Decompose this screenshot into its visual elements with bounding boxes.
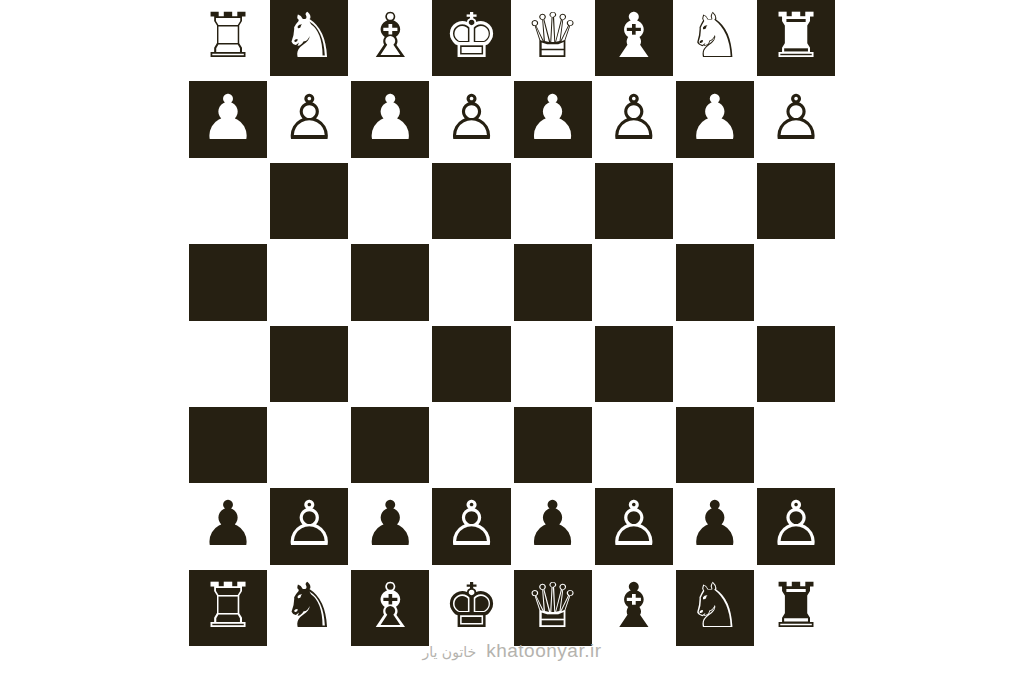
square-g2: ♟ [676,488,754,564]
square-d4 [432,326,510,402]
square-f3 [595,407,673,483]
square-h7: ♙ [757,81,835,157]
square-b5 [270,244,348,320]
square-b8: ♞ [270,0,348,76]
square-c8: ♗ [351,0,429,76]
square-g3 [676,407,754,483]
square-a7: ♟ [189,81,267,157]
square-a5 [189,244,267,320]
square-e3 [514,407,592,483]
square-d6 [432,163,510,239]
square-f2: ♙ [595,488,673,564]
piece-black-rook: ♜ [768,575,824,637]
piece-black-pawn: ♟ [200,493,256,555]
square-h2: ♙ [757,488,835,564]
piece-white-pawn: ♟ [687,87,743,149]
piece-white-pawn: ♙ [606,87,662,149]
square-g6 [676,163,754,239]
watermark-persian-text: خاتون یار [423,644,477,660]
square-g4 [676,326,754,402]
square-h8: ♜ [757,0,835,76]
square-f4 [595,326,673,402]
piece-white-pawn: ♙ [444,87,500,149]
square-h1: ♜ [757,570,835,646]
piece-black-knight: ♘ [687,575,743,637]
piece-white-pawn: ♙ [768,87,824,149]
square-g5 [676,244,754,320]
square-d7: ♙ [432,81,510,157]
square-f5 [595,244,673,320]
square-c5 [351,244,429,320]
piece-white-queen: ♕ [525,5,581,67]
watermark-caption: خاتون یارkhatoonyar.ir [189,640,835,662]
square-d2: ♙ [432,488,510,564]
piece-black-rook: ♖ [200,575,256,637]
square-b6 [270,163,348,239]
square-c4 [351,326,429,402]
square-c6 [351,163,429,239]
piece-white-bishop: ♗ [363,5,419,67]
piece-black-pawn: ♟ [363,493,419,555]
piece-black-bishop: ♗ [363,575,419,637]
piece-black-knight: ♞ [281,575,337,637]
piece-white-knight: ♘ [687,5,743,67]
square-h3 [757,407,835,483]
chess-board: ♖♞♗♚♕♝♘♜♟♙♟♙♟♙♟♙♟♙♟♙♟♙♟♙♖♞♗♚♕♝♘♜ [189,0,835,646]
piece-black-pawn: ♟ [525,493,581,555]
square-a4 [189,326,267,402]
piece-white-bishop: ♝ [606,5,662,67]
square-f1: ♝ [595,570,673,646]
square-d1: ♚ [432,570,510,646]
piece-white-pawn: ♟ [363,87,419,149]
square-d8: ♚ [432,0,510,76]
square-e1: ♕ [514,570,592,646]
square-g1: ♘ [676,570,754,646]
piece-white-pawn: ♟ [200,87,256,149]
piece-white-rook: ♖ [200,5,256,67]
piece-black-king: ♚ [444,575,500,637]
piece-white-rook: ♜ [768,5,824,67]
square-e2: ♟ [514,488,592,564]
square-e5 [514,244,592,320]
piece-white-pawn: ♙ [281,87,337,149]
watermark-site-url: khatoonyar.ir [486,640,601,661]
square-f7: ♙ [595,81,673,157]
square-c7: ♟ [351,81,429,157]
piece-black-pawn: ♙ [606,493,662,555]
piece-white-pawn: ♟ [525,87,581,149]
piece-black-pawn: ♙ [281,493,337,555]
square-a1: ♖ [189,570,267,646]
square-d5 [432,244,510,320]
square-b7: ♙ [270,81,348,157]
square-h6 [757,163,835,239]
square-f8: ♝ [595,0,673,76]
square-a3 [189,407,267,483]
square-a6 [189,163,267,239]
square-b3 [270,407,348,483]
piece-black-bishop: ♝ [606,575,662,637]
square-e7: ♟ [514,81,592,157]
square-g8: ♘ [676,0,754,76]
piece-black-queen: ♕ [525,575,581,637]
square-c1: ♗ [351,570,429,646]
square-c3 [351,407,429,483]
square-b4 [270,326,348,402]
square-e4 [514,326,592,402]
square-e8: ♕ [514,0,592,76]
piece-white-king: ♚ [444,5,500,67]
square-h4 [757,326,835,402]
square-b1: ♞ [270,570,348,646]
square-f6 [595,163,673,239]
piece-black-pawn: ♟ [687,493,743,555]
square-g7: ♟ [676,81,754,157]
square-a8: ♖ [189,0,267,76]
piece-black-pawn: ♙ [768,493,824,555]
piece-black-pawn: ♙ [444,493,500,555]
piece-white-knight: ♞ [281,5,337,67]
square-d3 [432,407,510,483]
square-b2: ♙ [270,488,348,564]
square-a2: ♟ [189,488,267,564]
square-e6 [514,163,592,239]
square-c2: ♟ [351,488,429,564]
square-h5 [757,244,835,320]
